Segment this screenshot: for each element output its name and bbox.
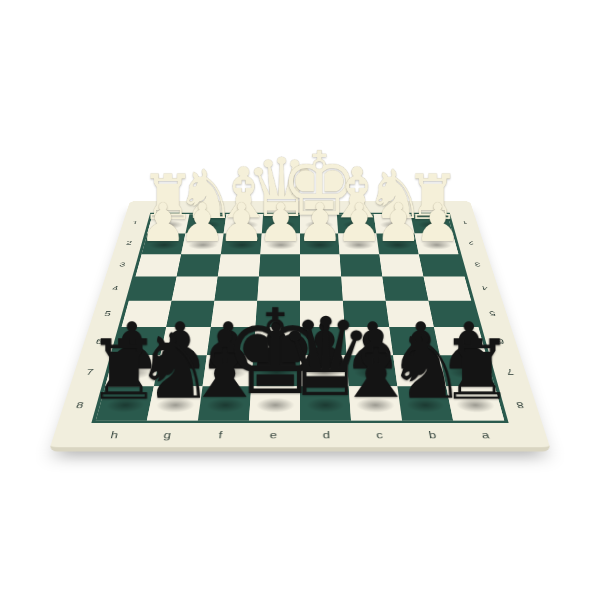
coord-label-a: a (410, 201, 450, 213)
black-rook-a8[interactable]: ♜ (440, 329, 514, 412)
coord-label-3: 3 (461, 253, 494, 276)
coord-label-f: f (225, 201, 263, 213)
coord-label-e: e (246, 423, 300, 447)
square-a8[interactable]: ♜ (446, 386, 504, 420)
square-h3[interactable] (135, 254, 181, 276)
square-d3[interactable] (300, 254, 341, 276)
coord-label-d: d (300, 423, 354, 447)
square-e3[interactable] (259, 254, 300, 276)
coord-label-h: h (85, 423, 144, 447)
square-c3[interactable] (340, 254, 383, 276)
square-e2[interactable]: ♟ (260, 233, 300, 254)
chess-board-mat: hgfedcba 12345678 12345678 hgfedcba ♜♞♝♛… (49, 201, 552, 452)
coord-label-b: b (404, 423, 461, 447)
coord-label-h: h (150, 201, 190, 213)
square-b3[interactable] (379, 254, 423, 276)
coord-label-a: a (456, 423, 515, 447)
square-g3[interactable] (177, 254, 221, 276)
coord-label-c: c (337, 201, 375, 213)
square-g4[interactable] (172, 276, 218, 300)
coord-label-1: 1 (450, 213, 480, 233)
square-b2[interactable]: ♟ (376, 233, 418, 254)
square-d2[interactable]: ♟ (300, 233, 340, 254)
photo-scene: hgfedcba 12345678 12345678 hgfedcba ♜♞♝♛… (0, 0, 600, 600)
file-labels-bottom: hgfedcba (85, 423, 516, 447)
square-a3[interactable] (419, 254, 465, 276)
square-c2[interactable]: ♟ (338, 233, 379, 254)
coord-label-4: 4 (467, 276, 502, 301)
square-a2[interactable]: ♟ (415, 233, 459, 254)
coord-label-f: f (192, 423, 248, 447)
file-labels-top: hgfedcba (150, 201, 449, 213)
square-f3[interactable] (218, 254, 261, 276)
coord-label-d: d (300, 201, 337, 213)
board-grid: ♜♞♝♛♚♝♞♜♟♟♟♟♟♟♟♟♟♟♟♟♟♟♟♟♜♞♝♚♛♝♞♜ (91, 213, 508, 423)
square-b4[interactable] (382, 276, 428, 300)
square-a4[interactable] (423, 276, 471, 300)
coord-label-g: g (138, 423, 195, 447)
coord-label-b: b (373, 201, 412, 213)
coord-label-g: g (188, 201, 227, 213)
coord-label-c: c (352, 423, 408, 447)
coord-label-2: 2 (455, 232, 487, 253)
square-h4[interactable] (129, 276, 177, 300)
coord-label-e: e (263, 201, 300, 213)
square-f2[interactable]: ♟ (221, 233, 262, 254)
